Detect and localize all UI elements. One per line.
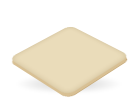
product-photo-scene <box>0 0 136 102</box>
board-top <box>9 25 130 96</box>
peg-board <box>26 14 112 100</box>
